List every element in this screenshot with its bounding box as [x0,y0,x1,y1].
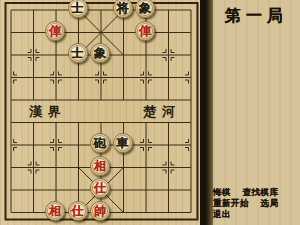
piece-character: 将 [117,2,129,14]
xiangqi-board[interactable]: 漢界 楚河 士将象俥俥士象砲車相仕相仕帥 [0,0,200,225]
piece-character: 砲 [94,137,106,149]
piece-character: 相 [49,204,61,216]
piece-black-chariot[interactable]: 車 [113,133,133,153]
piece-character: 相 [94,159,106,171]
piece-black-elephant[interactable]: 象 [90,43,110,63]
piece-red-advisor[interactable]: 仕 [68,201,88,221]
piece-character: 帥 [94,204,106,216]
menu-exit[interactable]: 退出 [213,209,231,220]
piece-red-chariot[interactable]: 俥 [45,21,65,41]
piece-character: 仕 [94,182,106,194]
xiangqi-app-window: 漢界 楚河 士将象俥俥士象砲車相仕相仕帥 第一局 悔棋 查找棋库 重新开始 选局… [0,0,300,225]
river-label-left: 漢界 [29,104,67,119]
piece-black-advisor[interactable]: 士 [68,43,88,63]
menu: 悔棋 查找棋库 重新开始 选局 退出 [213,184,300,217]
side-panel: 第一局 悔棋 查找棋库 重新开始 选局 退出 [213,0,300,225]
piece-red-elephant[interactable]: 相 [90,156,110,176]
piece-character: 車 [117,137,129,149]
piece-red-chariot[interactable]: 俥 [135,21,155,41]
piece-red-advisor[interactable]: 仕 [90,178,110,198]
piece-character: 仕 [72,204,84,216]
menu-select-game[interactable]: 选局 [260,198,278,209]
piece-character: 士 [72,47,84,59]
piece-red-general[interactable]: 帥 [90,201,110,221]
piece-black-general[interactable]: 将 [113,0,133,18]
piece-character: 俥 [139,24,151,36]
piece-red-elephant[interactable]: 相 [45,201,65,221]
menu-row: 重新开始 选局 [213,195,300,206]
piece-character: 象 [94,47,106,59]
piece-character: 俥 [49,24,61,36]
river-label-right: 楚河 [142,104,181,119]
piece-character: 象 [139,2,151,14]
piece-black-cannon[interactable]: 砲 [90,133,110,153]
piece-black-advisor[interactable]: 士 [68,0,88,18]
piece-character: 士 [72,2,84,14]
game-title: 第一局 [225,6,300,27]
board-frame-edge [200,0,213,225]
